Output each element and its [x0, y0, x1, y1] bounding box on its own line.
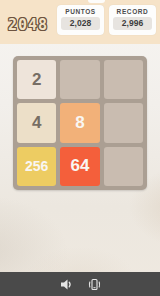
score-label: PUNTOS [57, 8, 104, 15]
vibrate-icon[interactable] [88, 278, 101, 291]
android-nav-bar [0, 272, 160, 296]
header: 2048 PUNTOS 2,028 RECORD 2,996 [0, 0, 160, 44]
game-board[interactable]: 24825664 [13, 56, 147, 190]
empty-cell [60, 60, 99, 99]
score-panel: PUNTOS 2,028 RECORD 2,996 [57, 5, 156, 35]
empty-cell [104, 147, 143, 186]
tile-2: 2 [17, 60, 56, 99]
best-value: 2,996 [113, 17, 152, 30]
tile-256: 256 [17, 147, 56, 186]
tile-4: 4 [17, 103, 56, 142]
game-logo: 2048 [8, 16, 48, 34]
top-partial-element [88, 0, 105, 3]
score-box-record: RECORD 2,996 [109, 5, 156, 35]
empty-cell [104, 60, 143, 99]
app-screen: 2048 PUNTOS 2,028 RECORD 2,996 24825664 [0, 0, 160, 296]
best-label: RECORD [109, 8, 156, 15]
score-box-puntos: PUNTOS 2,028 [57, 5, 104, 35]
score-value: 2,028 [61, 17, 100, 30]
empty-cell [104, 103, 143, 142]
tile-8: 8 [60, 103, 99, 142]
volume-icon[interactable] [60, 278, 73, 291]
tile-64: 64 [60, 147, 99, 186]
